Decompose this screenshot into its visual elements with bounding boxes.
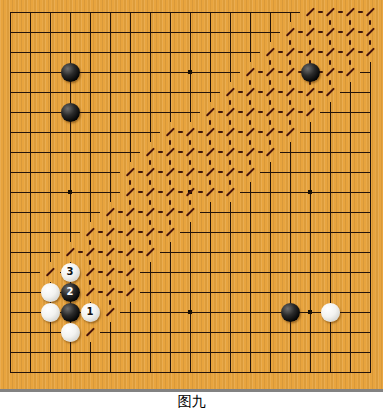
grid-line-v xyxy=(270,352,271,373)
grid-line-h xyxy=(350,92,371,93)
grid-dash-h xyxy=(118,211,123,213)
grid-line-h xyxy=(30,352,51,353)
grid-dash-h xyxy=(298,31,303,33)
grid-line-h xyxy=(270,232,291,233)
grid-line-h xyxy=(30,52,51,53)
grid-line-h xyxy=(350,332,371,333)
grid-line-v xyxy=(370,132,371,153)
grid-line-h xyxy=(350,132,371,133)
ladder-mark xyxy=(185,127,194,136)
move-number-label: 2 xyxy=(67,287,74,297)
ladder-mark xyxy=(225,187,234,196)
grid-dash-v xyxy=(129,280,131,285)
grid-dash-h xyxy=(158,231,163,233)
grid-line-v xyxy=(230,252,231,273)
grid-line-h xyxy=(170,32,191,33)
grid-line-v xyxy=(230,52,231,73)
grid-line-h xyxy=(330,332,351,333)
grid-line-h xyxy=(190,372,211,373)
grid-line-v xyxy=(110,12,111,33)
grid-dash-v xyxy=(149,200,151,205)
grid-line-h xyxy=(170,292,191,293)
ladder-mark xyxy=(165,147,174,156)
grid-line-h xyxy=(30,272,40,273)
grid-dash-v xyxy=(189,140,191,145)
grid-line-h xyxy=(170,112,191,113)
grid-dash-h xyxy=(98,231,103,233)
ladder-mark xyxy=(185,187,194,196)
ladder-mark xyxy=(245,107,254,116)
star-point xyxy=(308,190,312,194)
grid-line-v xyxy=(130,12,131,33)
grid-line-h xyxy=(50,232,71,233)
grid-line-h xyxy=(270,352,291,353)
ladder-mark xyxy=(85,247,94,256)
grid-line-h xyxy=(70,352,91,353)
grid-line-v xyxy=(90,212,91,222)
grid-line-v xyxy=(310,192,311,213)
grid-line-v xyxy=(190,92,191,113)
ladder-mark xyxy=(105,287,114,296)
grid-line-h xyxy=(150,112,171,113)
ladder-mark xyxy=(225,167,234,176)
grid-line-v xyxy=(370,312,371,333)
grid-line-h xyxy=(210,332,231,333)
grid-dash-h xyxy=(98,251,103,253)
grid-dash-v xyxy=(249,140,251,145)
grid-line-h xyxy=(330,152,351,153)
star-point xyxy=(188,70,192,74)
grid-line-h xyxy=(350,352,371,353)
grid-dash-v xyxy=(289,60,291,65)
grid-line-h xyxy=(30,12,51,13)
ladder-mark xyxy=(145,207,154,216)
grid-line-v xyxy=(250,292,251,313)
grid-dash-h xyxy=(98,291,103,293)
grid-dash-v xyxy=(169,140,171,145)
grid-line-h xyxy=(230,32,251,33)
grid-line-h xyxy=(270,12,291,13)
grid-line-h xyxy=(90,12,111,13)
grid-line-h xyxy=(210,312,231,313)
grid-line-v xyxy=(130,312,131,333)
ladder-mark xyxy=(145,167,154,176)
grid-line-v xyxy=(10,312,11,333)
ladder-mark xyxy=(265,147,274,156)
grid-dash-h xyxy=(118,271,123,273)
diagram-caption: 图九 xyxy=(0,392,383,410)
grid-line-v xyxy=(70,152,71,173)
ladder-mark xyxy=(185,167,194,176)
grid-line-h xyxy=(30,172,51,173)
grid-dash-h xyxy=(278,131,283,133)
ladder-mark xyxy=(225,127,234,136)
grid-dash-v xyxy=(209,140,211,145)
grid-line-h xyxy=(290,272,311,273)
grid-line-h xyxy=(130,352,151,353)
grid-dash-v xyxy=(169,220,171,225)
grid-line-h xyxy=(230,292,251,293)
grid-line-h xyxy=(210,32,231,33)
grid-line-v xyxy=(150,72,151,93)
grid-line-h xyxy=(310,272,331,273)
grid-line-v xyxy=(30,52,31,73)
grid-line-h xyxy=(350,312,371,313)
grid-line-h xyxy=(210,72,231,73)
grid-line-h xyxy=(250,232,271,233)
grid-line-h xyxy=(130,332,151,333)
grid-dash-h xyxy=(358,51,363,53)
grid-line-v xyxy=(250,52,251,62)
grid-line-h xyxy=(70,132,91,133)
grid-line-v xyxy=(10,132,11,153)
grid-dash-h xyxy=(178,131,183,133)
grid-line-v xyxy=(370,292,371,313)
grid-line-v xyxy=(330,192,331,213)
grid-line-h xyxy=(70,172,91,173)
grid-line-v xyxy=(290,352,291,373)
grid-line-v xyxy=(10,12,11,33)
grid-line-h xyxy=(290,212,311,213)
grid-dash-v xyxy=(269,120,271,125)
grid-line-h xyxy=(50,172,71,173)
grid-line-v xyxy=(30,132,31,153)
ladder-mark xyxy=(125,187,134,196)
grid-line-h xyxy=(210,212,231,213)
ladder-mark xyxy=(325,67,334,76)
grid-line-h xyxy=(210,372,231,373)
grid-line-v xyxy=(150,352,151,373)
grid-dash-h xyxy=(318,51,323,53)
grid-line-v xyxy=(370,252,371,273)
grid-line-v xyxy=(350,292,351,313)
grid-line-v xyxy=(30,272,31,293)
grid-line-h xyxy=(90,172,111,173)
grid-line-v xyxy=(170,32,171,53)
ladder-mark xyxy=(145,187,154,196)
grid-line-h xyxy=(10,192,31,193)
ladder-mark xyxy=(125,227,134,236)
grid-line-h xyxy=(350,372,371,373)
stone-black xyxy=(281,303,300,322)
grid-line-h xyxy=(110,132,131,133)
grid-line-v xyxy=(370,92,371,113)
grid-dash-v xyxy=(149,240,151,245)
ladder-mark xyxy=(205,187,214,196)
grid-line-h xyxy=(230,232,251,233)
grid-line-h xyxy=(190,112,200,113)
grid-line-v xyxy=(370,332,371,353)
grid-line-h xyxy=(30,112,51,113)
grid-line-v xyxy=(210,92,211,102)
grid-line-h xyxy=(110,172,120,173)
grid-line-h xyxy=(10,332,31,333)
ladder-mark xyxy=(45,267,54,276)
grid-line-h xyxy=(170,92,191,93)
grid-line-h xyxy=(110,112,131,113)
grid-line-v xyxy=(110,72,111,93)
grid-line-h xyxy=(150,92,171,93)
grid-line-h xyxy=(130,92,151,93)
grid-line-v xyxy=(150,92,151,113)
grid-line-h xyxy=(150,272,171,273)
grid-line-h xyxy=(50,12,71,13)
grid-line-v xyxy=(370,112,371,133)
grid-line-v xyxy=(190,72,191,93)
grid-line-v xyxy=(70,132,71,153)
grid-line-h xyxy=(190,12,211,13)
grid-dash-v xyxy=(349,60,351,65)
grid-dash-h xyxy=(258,131,263,133)
ladder-mark xyxy=(345,27,354,36)
grid-line-h xyxy=(150,372,171,373)
grid-dash-h xyxy=(78,251,83,253)
grid-line-v xyxy=(270,272,271,293)
grid-line-v xyxy=(290,332,291,353)
grid-line-v xyxy=(250,12,251,33)
grid-line-v xyxy=(310,132,311,153)
grid-line-v xyxy=(10,112,11,133)
grid-line-v xyxy=(30,152,31,173)
grid-line-v xyxy=(210,52,211,73)
grid-dash-h xyxy=(218,191,223,193)
grid-line-v xyxy=(30,252,31,273)
stone-white xyxy=(61,323,80,342)
grid-dash-v xyxy=(289,40,291,45)
grid-dash-v xyxy=(309,40,311,45)
grid-line-v xyxy=(50,112,51,133)
grid-line-v xyxy=(190,332,191,353)
grid-line-h xyxy=(330,352,351,353)
ladder-mark xyxy=(65,247,74,256)
grid-line-v xyxy=(150,132,151,142)
ladder-mark xyxy=(205,127,214,136)
grid-line-h xyxy=(310,192,331,193)
grid-line-h xyxy=(250,32,271,33)
grid-line-v xyxy=(210,272,211,293)
grid-dash-h xyxy=(238,111,243,113)
ladder-mark xyxy=(165,127,174,136)
grid-line-v xyxy=(90,352,91,373)
grid-dash-v xyxy=(349,20,351,25)
grid-line-v xyxy=(130,92,131,113)
grid-dash-v xyxy=(89,240,91,245)
grid-line-v xyxy=(170,12,171,33)
grid-dash-h xyxy=(158,171,163,173)
ladder-mark xyxy=(265,47,274,56)
grid-line-h xyxy=(50,132,71,133)
ladder-mark xyxy=(165,227,174,236)
grid-line-v xyxy=(210,72,211,93)
ladder-mark xyxy=(305,107,314,116)
grid-line-v xyxy=(90,132,91,153)
grid-line-v xyxy=(50,252,51,262)
grid-dash-v xyxy=(169,200,171,205)
star-point xyxy=(68,190,72,194)
grid-line-h xyxy=(30,232,51,233)
grid-line-v xyxy=(190,32,191,53)
grid-line-v xyxy=(10,292,11,313)
grid-line-h xyxy=(130,152,140,153)
grid-line-h xyxy=(10,52,31,53)
ladder-mark xyxy=(225,147,234,156)
grid-dash-h xyxy=(278,91,283,93)
go-board: 321 xyxy=(0,0,383,389)
grid-line-v xyxy=(170,52,171,73)
ladder-mark xyxy=(125,247,134,256)
grid-line-h xyxy=(50,212,71,213)
grid-line-v xyxy=(230,352,231,373)
grid-line-h xyxy=(210,52,231,53)
grid-line-h xyxy=(270,332,291,333)
grid-dash-h xyxy=(338,71,343,73)
grid-line-v xyxy=(190,12,191,33)
grid-line-h xyxy=(110,192,120,193)
grid-line-h xyxy=(110,52,131,53)
grid-line-v xyxy=(250,252,251,273)
ladder-mark xyxy=(305,47,314,56)
grid-line-h xyxy=(150,132,160,133)
grid-line-v xyxy=(190,272,191,293)
grid-line-h xyxy=(110,332,131,333)
ladder-mark xyxy=(125,207,134,216)
grid-dash-v xyxy=(149,180,151,185)
go-diagram-page: 321 图九 xyxy=(0,0,383,410)
grid-line-h xyxy=(230,12,251,13)
grid-dash-v xyxy=(309,100,311,105)
grid-dash-v xyxy=(229,160,231,165)
grid-dash-h xyxy=(298,111,303,113)
grid-dash-v xyxy=(189,180,191,185)
grid-line-v xyxy=(130,352,131,373)
grid-line-v xyxy=(10,352,11,373)
grid-line-v xyxy=(250,272,251,293)
grid-line-v xyxy=(210,352,211,373)
grid-line-h xyxy=(230,332,251,333)
grid-line-v xyxy=(270,232,271,253)
stone-white-move-1: 1 xyxy=(81,303,100,322)
grid-dash-h xyxy=(198,171,203,173)
grid-dash-h xyxy=(318,11,323,13)
grid-line-v xyxy=(10,52,11,73)
grid-line-h xyxy=(350,252,371,253)
grid-line-v xyxy=(90,52,91,73)
grid-dash-h xyxy=(338,31,343,33)
grid-dash-h xyxy=(238,151,243,153)
grid-line-v xyxy=(10,212,11,233)
ladder-mark xyxy=(245,167,254,176)
grid-line-h xyxy=(190,52,211,53)
grid-line-v xyxy=(230,212,231,233)
grid-line-h xyxy=(130,32,151,33)
grid-line-h xyxy=(170,272,191,273)
grid-line-v xyxy=(150,272,151,293)
grid-line-h xyxy=(310,292,331,293)
grid-line-h xyxy=(210,12,231,13)
grid-dash-v xyxy=(129,240,131,245)
grid-line-h xyxy=(110,72,131,73)
grid-line-v xyxy=(350,332,351,353)
grid-dash-h xyxy=(238,171,243,173)
grid-line-v xyxy=(30,92,31,113)
grid-line-v xyxy=(230,32,231,53)
grid-line-v xyxy=(90,32,91,53)
grid-line-v xyxy=(50,152,51,173)
grid-dash-h xyxy=(338,51,343,53)
grid-dash-v xyxy=(349,40,351,45)
grid-line-h xyxy=(250,332,271,333)
grid-line-h xyxy=(230,72,240,73)
grid-line-v xyxy=(10,252,11,273)
grid-line-v xyxy=(30,232,31,253)
grid-line-v xyxy=(210,252,211,273)
ladder-mark xyxy=(305,7,314,16)
grid-dash-v xyxy=(329,40,331,45)
grid-dash-v xyxy=(209,160,211,165)
grid-dash-v xyxy=(89,260,91,265)
ladder-mark xyxy=(265,67,274,76)
ladder-mark xyxy=(325,27,334,36)
ladder-mark xyxy=(345,47,354,56)
grid-line-v xyxy=(90,172,91,193)
grid-line-v xyxy=(330,332,331,353)
stone-white xyxy=(321,303,340,322)
grid-line-h xyxy=(210,272,231,273)
ladder-mark xyxy=(105,207,114,216)
grid-line-h xyxy=(190,312,211,313)
grid-line-v xyxy=(330,232,331,253)
grid-line-v xyxy=(90,12,91,33)
grid-line-h xyxy=(350,272,371,273)
grid-line-h xyxy=(190,32,211,33)
grid-line-h xyxy=(130,372,151,373)
grid-dash-v xyxy=(149,220,151,225)
grid-line-h xyxy=(330,292,351,293)
grid-line-h xyxy=(350,232,371,233)
grid-dash-v xyxy=(169,180,171,185)
grid-dash-v xyxy=(329,20,331,25)
grid-line-h xyxy=(350,152,371,153)
grid-line-h xyxy=(30,332,51,333)
grid-line-h xyxy=(230,312,251,313)
grid-line-h xyxy=(10,132,31,133)
caption-area: 图九 xyxy=(0,392,383,410)
grid-line-h xyxy=(50,352,71,353)
grid-line-v xyxy=(10,272,11,293)
grid-dash-h xyxy=(338,11,343,13)
grid-dash-v xyxy=(329,60,331,65)
grid-line-h xyxy=(10,372,31,373)
grid-line-h xyxy=(290,372,311,373)
grid-line-h xyxy=(10,72,31,73)
grid-line-h xyxy=(170,52,191,53)
grid-dash-v xyxy=(249,100,251,105)
grid-line-v xyxy=(290,232,291,253)
grid-line-h xyxy=(250,372,271,373)
grid-dash-h xyxy=(178,151,183,153)
grid-dash-v xyxy=(369,20,371,25)
grid-dash-h xyxy=(238,91,243,93)
grid-line-v xyxy=(170,332,171,353)
grid-line-v xyxy=(210,232,211,253)
grid-line-h xyxy=(310,132,331,133)
grid-dash-h xyxy=(138,231,143,233)
grid-line-v xyxy=(170,252,171,273)
grid-dash-h xyxy=(258,151,263,153)
grid-line-h xyxy=(190,272,211,273)
grid-line-h xyxy=(310,372,331,373)
grid-line-h xyxy=(350,292,371,293)
